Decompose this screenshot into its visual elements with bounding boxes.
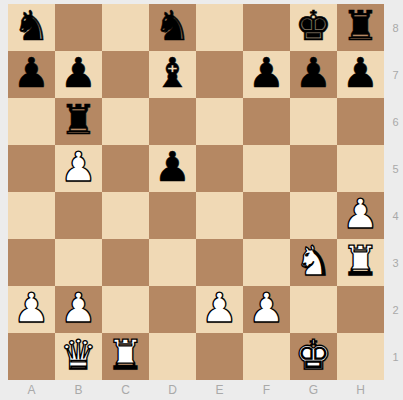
square-a1[interactable]	[8, 333, 55, 380]
square-e8[interactable]	[196, 4, 243, 51]
file-label-e: E	[196, 379, 243, 400]
piece-black-rook[interactable]: ♜	[60, 100, 97, 141]
square-a7[interactable]: ♟	[8, 51, 55, 98]
square-g7[interactable]: ♟	[290, 51, 337, 98]
square-g2[interactable]	[290, 286, 337, 333]
piece-white-queen[interactable]: ♛	[60, 335, 97, 376]
square-d8[interactable]: ♞	[149, 4, 196, 51]
square-b4[interactable]	[55, 192, 102, 239]
square-f7[interactable]: ♟	[243, 51, 290, 98]
square-d4[interactable]	[149, 192, 196, 239]
square-b6[interactable]: ♜	[55, 98, 102, 145]
file-label-h: H	[337, 379, 384, 400]
piece-black-pawn[interactable]: ♟	[342, 53, 379, 94]
square-f3[interactable]	[243, 239, 290, 286]
square-h7[interactable]: ♟	[337, 51, 384, 98]
chess-app: ♞♞♚♜♟♟♝♟♟♟♜♟♟♟♞♜♟♟♟♟♛♜♚ 87654321 ABCDEFG…	[0, 0, 403, 400]
square-b8[interactable]	[55, 4, 102, 51]
square-e7[interactable]	[196, 51, 243, 98]
piece-white-rook[interactable]: ♜	[107, 335, 144, 376]
square-f4[interactable]	[243, 192, 290, 239]
file-label-c: C	[102, 379, 149, 400]
square-c4[interactable]	[102, 192, 149, 239]
piece-black-knight[interactable]: ♞	[13, 6, 50, 47]
piece-black-pawn[interactable]: ♟	[295, 53, 332, 94]
square-h8[interactable]: ♜	[337, 4, 384, 51]
piece-white-pawn[interactable]: ♟	[60, 147, 97, 188]
square-g4[interactable]	[290, 192, 337, 239]
square-b5[interactable]: ♟	[55, 145, 102, 192]
square-a6[interactable]	[8, 98, 55, 145]
square-g3[interactable]: ♞	[290, 239, 337, 286]
piece-black-bishop[interactable]: ♝	[154, 53, 191, 94]
file-label-g: G	[290, 379, 337, 400]
rank-label-8: 8	[388, 4, 403, 51]
piece-white-king[interactable]: ♚	[295, 335, 332, 376]
square-g8[interactable]: ♚	[290, 4, 337, 51]
square-h4[interactable]: ♟	[337, 192, 384, 239]
square-e1[interactable]	[196, 333, 243, 380]
piece-white-pawn[interactable]: ♟	[342, 194, 379, 235]
rank-label-6: 6	[388, 98, 403, 145]
square-c5[interactable]	[102, 145, 149, 192]
square-g6[interactable]	[290, 98, 337, 145]
square-f6[interactable]	[243, 98, 290, 145]
rank-label-5: 5	[388, 145, 403, 192]
square-a5[interactable]	[8, 145, 55, 192]
square-c6[interactable]	[102, 98, 149, 145]
square-g5[interactable]	[290, 145, 337, 192]
rank-label-2: 2	[388, 286, 403, 333]
square-h1[interactable]	[337, 333, 384, 380]
file-label-a: A	[8, 379, 55, 400]
rank-label-1: 1	[388, 333, 403, 380]
square-d6[interactable]	[149, 98, 196, 145]
square-b3[interactable]	[55, 239, 102, 286]
chess-board[interactable]: ♞♞♚♜♟♟♝♟♟♟♜♟♟♟♞♜♟♟♟♟♛♜♚	[8, 4, 384, 380]
square-e2[interactable]: ♟	[196, 286, 243, 333]
square-b7[interactable]: ♟	[55, 51, 102, 98]
piece-white-pawn[interactable]: ♟	[248, 288, 285, 329]
square-c1[interactable]: ♜	[102, 333, 149, 380]
square-e5[interactable]	[196, 145, 243, 192]
square-e6[interactable]	[196, 98, 243, 145]
square-e3[interactable]	[196, 239, 243, 286]
piece-black-pawn[interactable]: ♟	[248, 53, 285, 94]
piece-black-pawn[interactable]: ♟	[60, 53, 97, 94]
piece-white-pawn[interactable]: ♟	[60, 288, 97, 329]
square-f2[interactable]: ♟	[243, 286, 290, 333]
piece-white-pawn[interactable]: ♟	[13, 288, 50, 329]
square-a4[interactable]	[8, 192, 55, 239]
square-b2[interactable]: ♟	[55, 286, 102, 333]
piece-white-rook[interactable]: ♜	[342, 241, 379, 282]
square-e4[interactable]	[196, 192, 243, 239]
piece-black-pawn[interactable]: ♟	[154, 147, 191, 188]
square-d5[interactable]: ♟	[149, 145, 196, 192]
square-h5[interactable]	[337, 145, 384, 192]
square-c3[interactable]	[102, 239, 149, 286]
square-h6[interactable]	[337, 98, 384, 145]
piece-white-knight[interactable]: ♞	[295, 241, 332, 282]
square-d2[interactable]	[149, 286, 196, 333]
square-a2[interactable]: ♟	[8, 286, 55, 333]
file-coordinates: ABCDEFGH	[8, 379, 384, 400]
rank-coordinates: 87654321	[388, 4, 403, 380]
piece-black-pawn[interactable]: ♟	[13, 53, 50, 94]
square-d7[interactable]: ♝	[149, 51, 196, 98]
square-a8[interactable]: ♞	[8, 4, 55, 51]
rank-label-7: 7	[388, 51, 403, 98]
square-d1[interactable]	[149, 333, 196, 380]
file-label-d: D	[149, 379, 196, 400]
square-c7[interactable]	[102, 51, 149, 98]
square-c8[interactable]	[102, 4, 149, 51]
square-f5[interactable]	[243, 145, 290, 192]
square-f8[interactable]	[243, 4, 290, 51]
square-a3[interactable]	[8, 239, 55, 286]
square-f1[interactable]	[243, 333, 290, 380]
rank-label-3: 3	[388, 239, 403, 286]
piece-white-pawn[interactable]: ♟	[201, 288, 238, 329]
square-c2[interactable]	[102, 286, 149, 333]
square-b1[interactable]: ♛	[55, 333, 102, 380]
rank-label-4: 4	[388, 192, 403, 239]
square-d3[interactable]	[149, 239, 196, 286]
piece-black-knight[interactable]: ♞	[154, 6, 191, 47]
piece-black-rook[interactable]: ♜	[342, 6, 379, 47]
square-h2[interactable]	[337, 286, 384, 333]
square-h3[interactable]: ♜	[337, 239, 384, 286]
piece-black-king[interactable]: ♚	[295, 6, 332, 47]
file-label-b: B	[55, 379, 102, 400]
file-label-f: F	[243, 379, 290, 400]
square-g1[interactable]: ♚	[290, 333, 337, 380]
